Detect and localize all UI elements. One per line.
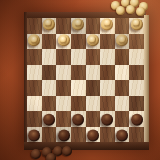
light-piece-h1[interactable]	[131, 18, 143, 30]
square-c4[interactable]	[56, 65, 71, 81]
square-b1[interactable]	[42, 18, 57, 34]
square-c3[interactable]	[56, 49, 71, 65]
loose-dark-piece[interactable]	[62, 146, 72, 156]
square-b6[interactable]	[42, 96, 57, 112]
light-piece-c2[interactable]	[58, 35, 70, 47]
piece-knob	[45, 20, 52, 27]
square-c8[interactable]	[56, 127, 71, 143]
square-f8[interactable]	[100, 127, 115, 143]
piece-knob	[31, 131, 38, 138]
light-piece-a2[interactable]	[28, 35, 40, 47]
square-h4[interactable]	[129, 65, 144, 81]
piece-knob	[104, 20, 111, 27]
table-surface	[0, 0, 160, 160]
square-f4[interactable]	[100, 65, 115, 81]
square-h5[interactable]	[129, 80, 144, 96]
piece-knob	[60, 131, 67, 138]
loose-light-piece[interactable]	[126, 5, 135, 14]
square-h7[interactable]	[129, 111, 144, 127]
dark-piece-a8[interactable]	[28, 130, 40, 142]
square-g2[interactable]	[115, 34, 130, 50]
square-a3[interactable]	[27, 49, 42, 65]
square-d1[interactable]	[71, 18, 86, 34]
square-f6[interactable]	[100, 96, 115, 112]
square-e2[interactable]	[86, 34, 101, 50]
dark-piece-c8[interactable]	[58, 130, 70, 142]
square-d2[interactable]	[71, 34, 86, 50]
piece-knob	[104, 115, 111, 122]
square-d7[interactable]	[71, 111, 86, 127]
board-right-edge	[144, 15, 149, 143]
dark-piece-f7[interactable]	[101, 113, 113, 125]
square-d4[interactable]	[71, 65, 86, 81]
square-g4[interactable]	[115, 65, 130, 81]
loose-dark-piece[interactable]	[46, 153, 56, 160]
square-f7[interactable]	[100, 111, 115, 127]
dark-piece-e8[interactable]	[87, 130, 99, 142]
piece-knob	[31, 36, 38, 43]
square-b8[interactable]	[42, 127, 57, 143]
dark-piece-d7[interactable]	[72, 113, 84, 125]
square-d6[interactable]	[71, 96, 86, 112]
square-a5[interactable]	[27, 80, 42, 96]
square-h8[interactable]	[129, 127, 144, 143]
square-h3[interactable]	[129, 49, 144, 65]
square-a4[interactable]	[27, 65, 42, 81]
square-g1[interactable]	[115, 18, 130, 34]
square-f3[interactable]	[100, 49, 115, 65]
square-e4[interactable]	[86, 65, 101, 81]
piece-knob	[133, 20, 140, 27]
square-g7[interactable]	[115, 111, 130, 127]
square-b4[interactable]	[42, 65, 57, 81]
square-e8[interactable]	[86, 127, 101, 143]
square-c2[interactable]	[56, 34, 71, 50]
square-d3[interactable]	[71, 49, 86, 65]
square-f5[interactable]	[100, 80, 115, 96]
piece-knob	[75, 20, 82, 27]
square-e3[interactable]	[86, 49, 101, 65]
loose-light-piece[interactable]	[136, 7, 145, 16]
square-f2[interactable]	[100, 34, 115, 50]
square-h2[interactable]	[129, 34, 144, 50]
square-b2[interactable]	[42, 34, 57, 50]
piece-knob	[75, 115, 82, 122]
square-d8[interactable]	[71, 127, 86, 143]
square-g8[interactable]	[115, 127, 130, 143]
square-a7[interactable]	[27, 111, 42, 127]
square-e1[interactable]	[86, 18, 101, 34]
square-g3[interactable]	[115, 49, 130, 65]
dark-piece-h7[interactable]	[131, 113, 143, 125]
light-piece-f1[interactable]	[101, 18, 113, 30]
light-piece-e2[interactable]	[87, 35, 99, 47]
loose-light-piece[interactable]	[116, 6, 125, 15]
piece-knob	[89, 131, 96, 138]
square-e5[interactable]	[86, 80, 101, 96]
square-a1[interactable]	[27, 18, 42, 34]
light-piece-b1[interactable]	[43, 18, 55, 30]
square-c1[interactable]	[56, 18, 71, 34]
piece-knob	[89, 36, 96, 43]
square-g5[interactable]	[115, 80, 130, 96]
loose-dark-piece[interactable]	[31, 149, 41, 159]
square-e7[interactable]	[86, 111, 101, 127]
square-a6[interactable]	[27, 96, 42, 112]
dark-piece-b7[interactable]	[43, 113, 55, 125]
square-g6[interactable]	[115, 96, 130, 112]
dark-piece-g8[interactable]	[116, 130, 128, 142]
square-e6[interactable]	[86, 96, 101, 112]
square-h1[interactable]	[129, 18, 144, 34]
checkers-board	[27, 18, 144, 142]
light-piece-g2[interactable]	[116, 35, 128, 47]
piece-knob	[119, 131, 126, 138]
square-d5[interactable]	[71, 80, 86, 96]
square-f1[interactable]	[100, 18, 115, 34]
square-b3[interactable]	[42, 49, 57, 65]
piece-knob	[133, 115, 140, 122]
square-h6[interactable]	[129, 96, 144, 112]
square-c5[interactable]	[56, 80, 71, 96]
square-c7[interactable]	[56, 111, 71, 127]
square-c6[interactable]	[56, 96, 71, 112]
square-b5[interactable]	[42, 80, 57, 96]
light-piece-d1[interactable]	[72, 18, 84, 30]
square-a2[interactable]	[27, 34, 42, 50]
piece-knob	[60, 36, 67, 43]
square-a8[interactable]	[27, 127, 42, 143]
square-b7[interactable]	[42, 111, 57, 127]
piece-knob	[45, 115, 52, 122]
piece-knob	[119, 36, 126, 43]
